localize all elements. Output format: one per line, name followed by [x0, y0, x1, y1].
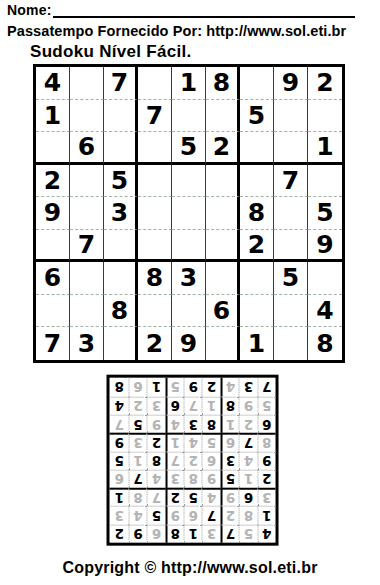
solution-cell-given: 8 [110, 378, 128, 396]
puzzle-cell: 2 [206, 132, 240, 165]
solution-cell-given: 7 [239, 433, 257, 451]
puzzle-cell: 8 [104, 295, 138, 328]
puzzle-cell [138, 295, 172, 328]
puzzle-cell: 3 [70, 327, 104, 360]
puzzle-cell [70, 67, 104, 100]
puzzle-cell [240, 165, 274, 198]
solution-cell-given: 8 [147, 451, 165, 469]
puzzle-cell [138, 67, 172, 100]
puzzle-cell [104, 327, 138, 360]
puzzle-cell [206, 327, 240, 360]
puzzle-cell: 4 [36, 67, 70, 100]
solution-cell-given: 8 [165, 524, 183, 542]
puzzle-cell [206, 230, 240, 263]
puzzle-cell [70, 295, 104, 328]
puzzle-cell [104, 230, 138, 263]
solution-cell-given: 1 [257, 506, 275, 524]
puzzle-cell [308, 100, 342, 133]
solution-cell-solved: 1 [165, 433, 183, 451]
solution-cell-solved: 9 [147, 415, 165, 433]
solution-cell-given: 3 [184, 415, 202, 433]
puzzle-cell: 7 [36, 327, 70, 360]
solution-cell-solved: 6 [110, 469, 128, 487]
puzzle-cell: 1 [36, 100, 70, 133]
solution-cell-given: 3 [220, 451, 238, 469]
puzzle-cell: 4 [308, 295, 342, 328]
solution-cell-solved: 2 [184, 451, 202, 469]
puzzle-cell: 5 [308, 197, 342, 230]
solution-cell-solved: 3 [147, 396, 165, 414]
solution-cell-given: 5 [220, 469, 238, 487]
solution-cell-given: 8 [220, 396, 238, 414]
puzzle-cell [240, 295, 274, 328]
puzzle-cell [274, 197, 308, 230]
solution-cell-given: 6 [165, 396, 183, 414]
puzzle-cell: 6 [70, 132, 104, 165]
solution-cell-solved: 5 [202, 433, 220, 451]
puzzle-cell [104, 132, 138, 165]
puzzle-cell [206, 262, 240, 295]
solution-cell-solved: 7 [165, 451, 183, 469]
solution-cell-solved: 1 [128, 451, 146, 469]
provided-by-text: Passatempo Fornecido Por: http://www.sol… [7, 23, 346, 39]
solution-cell-given: 1 [147, 378, 165, 396]
puzzle-cell: 5 [274, 262, 308, 295]
puzzle-cell: 3 [104, 197, 138, 230]
puzzle-cell: 9 [308, 230, 342, 263]
puzzle-cell: 2 [240, 230, 274, 263]
solution-cell-solved: 7 [110, 415, 128, 433]
puzzle-cell [308, 165, 342, 198]
puzzle-cell: 1 [308, 132, 342, 165]
solution-cell-given: 9 [110, 433, 128, 451]
solution-cell-solved: 6 [147, 524, 165, 542]
puzzle-cell [138, 230, 172, 263]
solution-cell-given: 9 [257, 451, 275, 469]
puzzle-cell [206, 100, 240, 133]
solution-cell-given: 9 [128, 524, 146, 542]
puzzle-cell [240, 67, 274, 100]
puzzle-cell [172, 165, 206, 198]
puzzle-cell: 2 [308, 67, 342, 100]
puzzle-cell [240, 132, 274, 165]
puzzle-cell: 7 [70, 230, 104, 263]
puzzle-cell [240, 262, 274, 295]
puzzle-cell: 9 [172, 327, 206, 360]
solution-cell-given: 1 [110, 488, 128, 506]
solution-cell-solved: 2 [220, 506, 238, 524]
name-blank-line [53, 3, 355, 18]
puzzle-cell: 8 [138, 262, 172, 295]
puzzle-cell [70, 100, 104, 133]
solution-cell-given: 5 [110, 451, 128, 469]
puzzle-cell: 9 [274, 67, 308, 100]
sudoku-solution-grid: 4573186921827695433694527812159834769436… [107, 375, 279, 546]
puzzle-cell: 5 [104, 165, 138, 198]
puzzle-cell [70, 197, 104, 230]
solution-cell-solved: 8 [184, 469, 202, 487]
solution-cell-solved: 5 [239, 524, 257, 542]
puzzle-cell [274, 295, 308, 328]
solution-cell-solved: 3 [128, 433, 146, 451]
solution-cell-solved: 4 [165, 415, 183, 433]
solution-cell-solved: 4 [220, 378, 238, 396]
puzzle-cell [206, 197, 240, 230]
puzzle-cell: 8 [240, 197, 274, 230]
puzzle-cell: 6 [206, 295, 240, 328]
solution-cell-solved: 4 [202, 488, 220, 506]
sudoku-puzzle-grid: 471892175652125793857296835864732918 [33, 64, 345, 363]
puzzle-cell [172, 295, 206, 328]
solution-cell-solved: 6 [220, 433, 238, 451]
puzzle-cell [138, 197, 172, 230]
puzzle-cell [70, 262, 104, 295]
puzzle-cell [172, 100, 206, 133]
solution-cell-solved: 9 [202, 469, 220, 487]
solution-cell-solved: 9 [220, 488, 238, 506]
solution-cell-given: 2 [165, 488, 183, 506]
puzzle-cell: 8 [206, 67, 240, 100]
solution-cell-solved: 4 [184, 433, 202, 451]
solution-cell-solved: 6 [128, 378, 146, 396]
puzzle-cell [274, 100, 308, 133]
puzzle-cell [36, 295, 70, 328]
solution-cell-solved: 1 [239, 469, 257, 487]
puzzle-cell: 8 [308, 327, 342, 360]
solution-cell-solved: 8 [257, 433, 275, 451]
solution-cell-solved: 3 [257, 488, 275, 506]
puzzle-cell [70, 165, 104, 198]
puzzle-cell [274, 327, 308, 360]
puzzle-cell: 1 [172, 67, 206, 100]
name-label: Nome: [7, 2, 52, 18]
solution-cell-given: 4 [257, 524, 275, 542]
solution-cell-solved: 5 [257, 396, 275, 414]
puzzle-cell [206, 165, 240, 198]
solution-cell-given: 6 [257, 415, 275, 433]
puzzle-cell: 7 [138, 100, 172, 133]
puzzle-cell [104, 100, 138, 133]
solution-cell-solved: 6 [202, 451, 220, 469]
puzzle-cell [172, 230, 206, 263]
solution-cell-given: 2 [147, 433, 165, 451]
puzzle-cell [36, 132, 70, 165]
name-row: Nome: [7, 2, 355, 18]
puzzle-cell: 7 [104, 67, 138, 100]
solution-cell-solved: 1 [202, 396, 220, 414]
puzzle-cell [172, 197, 206, 230]
solution-cell-given: 6 [239, 488, 257, 506]
solution-cell-solved: 4 [147, 469, 165, 487]
page-title: Sudoku Nível Fácil. [30, 42, 192, 62]
solution-cell-given: 7 [128, 469, 146, 487]
solution-cell-solved: 2 [239, 415, 257, 433]
solution-cell-given: 3 [239, 378, 257, 396]
solution-cell-solved: 7 [184, 396, 202, 414]
puzzle-cell: 7 [274, 165, 308, 198]
puzzle-cell: 3 [172, 262, 206, 295]
solution-cell-given: 7 [202, 506, 220, 524]
puzzle-cell: 9 [36, 197, 70, 230]
puzzle-cell [138, 132, 172, 165]
solution-cell-solved: 4 [239, 451, 257, 469]
puzzle-cell [274, 230, 308, 263]
solution-cell-solved: 1 [220, 415, 238, 433]
solution-cell-solved: 8 [239, 506, 257, 524]
solution-cell-given: 2 [202, 378, 220, 396]
puzzle-cell: 1 [240, 327, 274, 360]
puzzle-cell [138, 165, 172, 198]
solution-cell-solved: 8 [128, 488, 146, 506]
solution-cell-solved: 6 [184, 506, 202, 524]
solution-cell-given: 1 [184, 524, 202, 542]
puzzle-cell [36, 230, 70, 263]
copyright-text: Copyright © http://www.sol.eti.br [0, 559, 380, 577]
solution-cell-given: 2 [110, 524, 128, 542]
puzzle-cell: 5 [172, 132, 206, 165]
puzzle-cell: 2 [138, 327, 172, 360]
solution-cell-given: 5 [184, 488, 202, 506]
solution-cell-solved: 4 [128, 506, 146, 524]
puzzle-cell [274, 132, 308, 165]
solution-cell-solved: 7 [147, 488, 165, 506]
solution-cell-given: 8 [202, 415, 220, 433]
solution-cell-solved: 3 [202, 524, 220, 542]
puzzle-cell: 5 [240, 100, 274, 133]
solution-cell-given: 5 [128, 415, 146, 433]
solution-cell-given: 9 [184, 378, 202, 396]
solution-cell-solved: 3 [110, 506, 128, 524]
solution-cell-given: 2 [257, 469, 275, 487]
solution-cell-solved: 3 [165, 469, 183, 487]
solution-cell-solved: 5 [165, 378, 183, 396]
solution-cell-given: 5 [147, 506, 165, 524]
puzzle-cell [104, 262, 138, 295]
puzzle-cell [308, 262, 342, 295]
solution-cell-solved: 9 [165, 506, 183, 524]
solution-cell-given: 7 [257, 378, 275, 396]
solution-cell-given: 4 [110, 396, 128, 414]
solution-cell-solved: 9 [239, 396, 257, 414]
solution-cell-solved: 2 [128, 396, 146, 414]
solution-cell-given: 7 [220, 524, 238, 542]
puzzle-cell: 6 [36, 262, 70, 295]
puzzle-cell: 2 [36, 165, 70, 198]
